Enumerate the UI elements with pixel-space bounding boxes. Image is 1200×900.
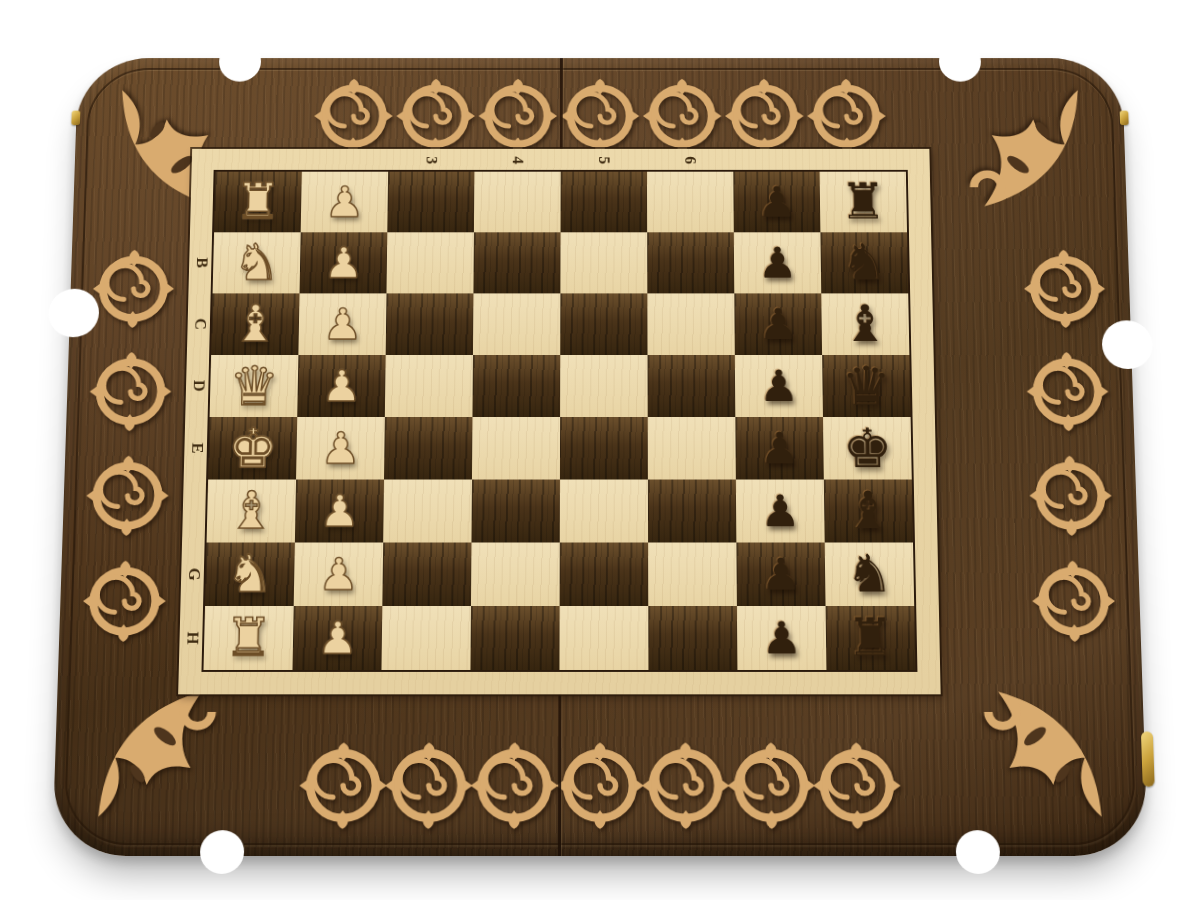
square-g2[interactable]: ♟ bbox=[294, 543, 383, 606]
square-c5[interactable] bbox=[560, 293, 647, 355]
file-label-b: B bbox=[169, 251, 233, 274]
rank-label-hidden bbox=[764, 119, 789, 201]
chess-board-box: 3456 BCDEGH ♜♟♟♜♞♟♟♞♝♟♟♝♛♟♟♛♚♟♟♚♝♟♟♝♞♟♟♞… bbox=[52, 58, 1148, 856]
chess-grid: ♜♟♟♜♞♟♟♞♝♟♟♝♛♟♟♛♚♟♟♚♝♟♟♝♞♟♟♞♜♟♟♜ bbox=[203, 172, 915, 670]
square-h6[interactable] bbox=[648, 606, 737, 670]
piece-black-pawn-b7[interactable]: ♟ bbox=[734, 232, 821, 293]
piece-black-pawn-h7[interactable]: ♟ bbox=[737, 606, 827, 670]
square-e2[interactable]: ♟ bbox=[296, 417, 385, 480]
square-d7[interactable]: ♟ bbox=[735, 355, 823, 417]
square-f8[interactable]: ♝ bbox=[824, 480, 913, 543]
square-d4[interactable] bbox=[472, 355, 560, 417]
square-g8[interactable]: ♞ bbox=[825, 543, 915, 606]
piece-black-pawn-d7[interactable]: ♟ bbox=[735, 355, 823, 417]
square-f2[interactable]: ♟ bbox=[295, 480, 384, 543]
square-d8[interactable]: ♛ bbox=[822, 355, 910, 417]
hinge-pin-right bbox=[1120, 111, 1129, 126]
piece-black-pawn-c7[interactable]: ♟ bbox=[734, 293, 822, 355]
square-d6[interactable] bbox=[648, 355, 736, 417]
rank-label-hidden bbox=[246, 119, 272, 201]
square-h2[interactable]: ♟ bbox=[292, 606, 382, 670]
square-g4[interactable] bbox=[471, 543, 560, 606]
square-f7[interactable]: ♟ bbox=[736, 480, 825, 543]
file-label-hidden bbox=[171, 190, 235, 213]
photo-canvas: 3456 BCDEGH ♜♟♟♜♞♟♟♞♝♟♟♝♛♟♟♛♚♟♟♚♝♟♟♝♞♟♟♞… bbox=[0, 0, 1200, 900]
square-c3[interactable] bbox=[386, 293, 474, 355]
piece-white-pawn-b2[interactable]: ♟ bbox=[300, 232, 388, 293]
square-f5[interactable] bbox=[560, 480, 648, 543]
brass-latch bbox=[1141, 732, 1155, 787]
rank-labels: 3456 bbox=[216, 149, 906, 172]
corner-flourish-bottom-right bbox=[962, 677, 1117, 826]
rank-label-hidden bbox=[850, 119, 875, 201]
square-e7[interactable]: ♟ bbox=[735, 417, 823, 480]
hinge-pin-left bbox=[71, 111, 80, 126]
square-c8[interactable]: ♝ bbox=[821, 293, 909, 355]
ring-motif bbox=[801, 739, 914, 832]
piece-black-king-e8[interactable]: ♚ bbox=[823, 417, 912, 480]
square-b3[interactable] bbox=[386, 232, 473, 293]
square-b4[interactable] bbox=[473, 232, 560, 293]
piece-white-pawn-e2[interactable]: ♟ bbox=[296, 417, 385, 480]
square-g6[interactable] bbox=[648, 543, 737, 606]
square-e8[interactable]: ♚ bbox=[823, 417, 912, 480]
square-h7[interactable]: ♟ bbox=[737, 606, 827, 670]
square-d3[interactable] bbox=[385, 355, 473, 417]
file-label-h: H bbox=[159, 626, 225, 650]
square-e6[interactable] bbox=[648, 417, 736, 480]
ring-motif bbox=[78, 538, 170, 665]
file-label-hidden bbox=[162, 499, 227, 523]
rank-label-4: 4 bbox=[505, 119, 529, 201]
square-e5[interactable] bbox=[560, 417, 648, 480]
square-b8[interactable]: ♞ bbox=[820, 232, 908, 293]
square-f6[interactable] bbox=[648, 480, 736, 543]
piece-white-pawn-g2[interactable]: ♟ bbox=[294, 543, 383, 606]
rank-label-6: 6 bbox=[678, 119, 702, 201]
piece-black-knight-g8[interactable]: ♞ bbox=[825, 543, 915, 606]
ornament-band-right bbox=[1019, 195, 1121, 701]
piece-black-knight-b8[interactable]: ♞ bbox=[820, 232, 908, 293]
piece-black-pawn-e7[interactable]: ♟ bbox=[735, 417, 823, 480]
piece-black-bishop-c8[interactable]: ♝ bbox=[821, 293, 909, 355]
square-h8[interactable]: ♜ bbox=[826, 606, 916, 670]
square-h5[interactable] bbox=[559, 606, 648, 670]
square-e3[interactable] bbox=[384, 417, 472, 480]
corner-flourish-top-right bbox=[947, 82, 1096, 221]
square-c7[interactable]: ♟ bbox=[734, 293, 822, 355]
square-b5[interactable] bbox=[560, 232, 647, 293]
square-b7[interactable]: ♟ bbox=[734, 232, 821, 293]
piece-black-pawn-f7[interactable]: ♟ bbox=[736, 480, 825, 543]
file-label-g: G bbox=[161, 562, 226, 586]
file-label-d: D bbox=[166, 374, 231, 397]
square-b2[interactable]: ♟ bbox=[300, 232, 388, 293]
square-c4[interactable] bbox=[473, 293, 560, 355]
square-c6[interactable] bbox=[647, 293, 734, 355]
ornament-band-bottom bbox=[203, 739, 998, 832]
piece-black-queen-d8[interactable]: ♛ bbox=[822, 355, 910, 417]
piece-black-pawn-g7[interactable]: ♟ bbox=[736, 543, 825, 606]
square-h4[interactable] bbox=[470, 606, 559, 670]
piece-black-bishop-f8[interactable]: ♝ bbox=[824, 480, 913, 543]
ring-motif bbox=[1028, 538, 1120, 665]
square-g7[interactable]: ♟ bbox=[736, 543, 825, 606]
square-f3[interactable] bbox=[383, 480, 472, 543]
square-d5[interactable] bbox=[560, 355, 648, 417]
piece-white-pawn-d2[interactable]: ♟ bbox=[297, 355, 385, 417]
square-h3[interactable] bbox=[381, 606, 470, 670]
piece-white-pawn-f2[interactable]: ♟ bbox=[295, 480, 384, 543]
rank-label-3: 3 bbox=[419, 119, 444, 201]
square-b6[interactable] bbox=[647, 232, 734, 293]
file-label-e: E bbox=[164, 436, 229, 460]
rank-label-hidden bbox=[332, 119, 357, 201]
piece-black-rook-h8[interactable]: ♜ bbox=[826, 606, 916, 670]
ring-motif bbox=[793, 76, 901, 156]
piece-white-pawn-c2[interactable]: ♟ bbox=[298, 293, 386, 355]
square-d2[interactable]: ♟ bbox=[297, 355, 385, 417]
piece-white-pawn-h2[interactable]: ♟ bbox=[292, 606, 382, 670]
square-c2[interactable]: ♟ bbox=[298, 293, 386, 355]
square-g3[interactable] bbox=[382, 543, 471, 606]
square-e4[interactable] bbox=[472, 417, 560, 480]
corner-flourish-bottom-left bbox=[83, 677, 238, 826]
file-label-c: C bbox=[167, 312, 231, 335]
square-g5[interactable] bbox=[560, 543, 649, 606]
square-f4[interactable] bbox=[471, 480, 559, 543]
rank-label-5: 5 bbox=[592, 119, 616, 201]
